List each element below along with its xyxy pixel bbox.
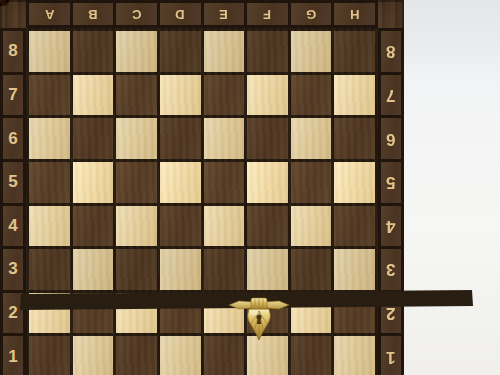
white-rook-h1: ♜ bbox=[0, 0, 7, 1]
photo-scene: ABCDEFGH ABCDEFGH 87654321 87654321 ♜♞♝♛… bbox=[0, 0, 500, 375]
pieces-layer: ♜♞♝♛♚♝♞♜♟♟♟♟♟♟♟♟♟♟♟♟♟♟♟♟♜♞♝♛♚♝♞♜ bbox=[0, 0, 500, 375]
